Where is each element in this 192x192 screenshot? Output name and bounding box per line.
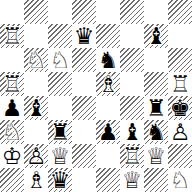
square-f6[interactable] [120, 48, 144, 72]
square-e1[interactable] [96, 168, 120, 192]
chess-board: ♖♛♝♘♘♞♖♗♖♟♝♜♚♘♜♟♝♞♙♔♙♕♖♕♗♛♕♘ [0, 0, 192, 192]
square-c2[interactable]: ♕ [48, 144, 72, 168]
square-h2[interactable] [168, 144, 192, 168]
white-rook-piece: ♖ [122, 144, 143, 168]
black-pawn-piece: ♟ [98, 120, 119, 144]
square-b1[interactable]: ♗ [24, 168, 48, 192]
black-pawn-piece: ♟ [2, 96, 23, 120]
white-king-piece: ♔ [2, 144, 23, 168]
square-f4[interactable] [120, 96, 144, 120]
square-c7[interactable] [48, 24, 72, 48]
white-pawn-piece: ♙ [170, 120, 191, 144]
square-d3[interactable] [72, 120, 96, 144]
square-g4[interactable]: ♜ [144, 96, 168, 120]
chess-board-container: ♖♛♝♘♘♞♖♗♖♟♝♜♚♘♜♟♝♞♙♔♙♕♖♕♗♛♕♘ [0, 0, 192, 192]
square-f3[interactable]: ♝ [120, 120, 144, 144]
black-queen-piece: ♛ [74, 24, 95, 48]
square-b7[interactable] [24, 24, 48, 48]
square-e3[interactable]: ♟ [96, 120, 120, 144]
square-h8[interactable] [168, 0, 192, 24]
square-e8[interactable] [96, 0, 120, 24]
square-b5[interactable] [24, 72, 48, 96]
square-f1[interactable]: ♕ [120, 168, 144, 192]
square-c3[interactable]: ♜ [48, 120, 72, 144]
square-h4[interactable]: ♚ [168, 96, 192, 120]
square-h5[interactable]: ♖ [168, 72, 192, 96]
square-d4[interactable] [72, 96, 96, 120]
square-e7[interactable] [96, 24, 120, 48]
square-g3[interactable]: ♞ [144, 120, 168, 144]
square-a5[interactable]: ♖ [0, 72, 24, 96]
square-h3[interactable]: ♙ [168, 120, 192, 144]
square-e5[interactable]: ♗ [96, 72, 120, 96]
square-c8[interactable] [48, 0, 72, 24]
square-d6[interactable] [72, 48, 96, 72]
square-g5[interactable] [144, 72, 168, 96]
black-king-piece: ♚ [170, 96, 191, 120]
square-c4[interactable] [48, 96, 72, 120]
square-b6[interactable]: ♘ [24, 48, 48, 72]
square-a2[interactable]: ♔ [0, 144, 24, 168]
square-c6[interactable]: ♘ [48, 48, 72, 72]
black-queen-piece: ♛ [50, 168, 71, 192]
square-d2[interactable] [72, 144, 96, 168]
black-rook-piece: ♜ [50, 120, 71, 144]
square-a7[interactable]: ♖ [0, 24, 24, 48]
square-h1[interactable]: ♘ [168, 168, 192, 192]
white-rook-piece: ♖ [170, 72, 191, 96]
square-b2[interactable]: ♙ [24, 144, 48, 168]
square-h7[interactable] [168, 24, 192, 48]
square-f8[interactable] [120, 0, 144, 24]
white-rook-piece: ♖ [2, 24, 23, 48]
white-knight-piece: ♘ [2, 120, 23, 144]
square-g6[interactable] [144, 48, 168, 72]
white-rook-piece: ♖ [2, 72, 23, 96]
square-a4[interactable]: ♟ [0, 96, 24, 120]
square-d1[interactable] [72, 168, 96, 192]
square-d7[interactable]: ♛ [72, 24, 96, 48]
square-c5[interactable] [48, 72, 72, 96]
square-b4[interactable]: ♝ [24, 96, 48, 120]
square-c1[interactable]: ♛ [48, 168, 72, 192]
black-bishop-piece: ♝ [122, 120, 143, 144]
square-a8[interactable] [0, 0, 24, 24]
white-bishop-piece: ♗ [98, 72, 119, 96]
white-knight-piece: ♘ [170, 168, 191, 192]
square-b3[interactable] [24, 120, 48, 144]
square-d5[interactable] [72, 72, 96, 96]
black-rook-piece: ♜ [146, 96, 167, 120]
square-a1[interactable] [0, 168, 24, 192]
white-queen-piece: ♕ [50, 144, 71, 168]
square-h6[interactable] [168, 48, 192, 72]
black-knight-piece: ♞ [146, 120, 167, 144]
square-e4[interactable] [96, 96, 120, 120]
square-g8[interactable] [144, 0, 168, 24]
square-f5[interactable] [120, 72, 144, 96]
white-pawn-piece: ♙ [26, 144, 47, 168]
square-g1[interactable] [144, 168, 168, 192]
white-queen-piece: ♕ [122, 168, 143, 192]
white-bishop-piece: ♗ [26, 168, 47, 192]
square-f2[interactable]: ♖ [120, 144, 144, 168]
square-f7[interactable] [120, 24, 144, 48]
square-a3[interactable]: ♘ [0, 120, 24, 144]
black-knight-piece: ♞ [98, 48, 119, 72]
square-g2[interactable]: ♕ [144, 144, 168, 168]
square-g7[interactable]: ♝ [144, 24, 168, 48]
square-d8[interactable] [72, 0, 96, 24]
black-bishop-piece: ♝ [26, 96, 47, 120]
black-bishop-piece: ♝ [146, 24, 167, 48]
white-knight-piece: ♘ [50, 48, 71, 72]
white-queen-piece: ♕ [146, 144, 167, 168]
square-a6[interactable] [0, 48, 24, 72]
square-e6[interactable]: ♞ [96, 48, 120, 72]
square-e2[interactable] [96, 144, 120, 168]
square-b8[interactable] [24, 0, 48, 24]
white-knight-piece: ♘ [26, 48, 47, 72]
